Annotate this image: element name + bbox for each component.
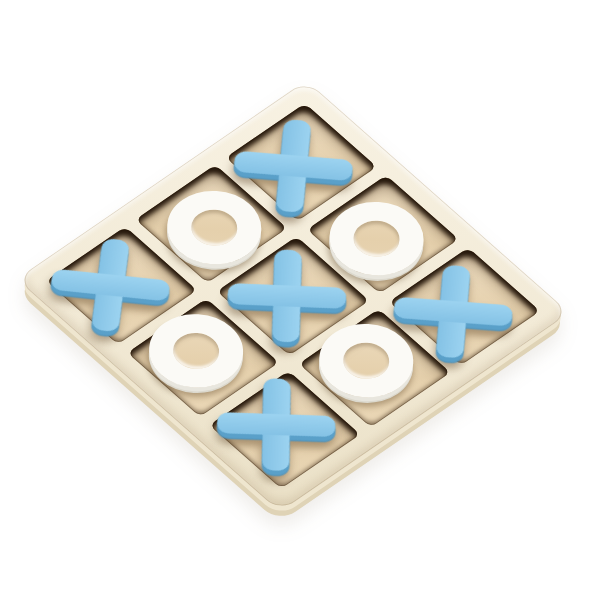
board-frame (16, 80, 569, 512)
x-bar (234, 150, 354, 181)
x-bar (228, 283, 346, 309)
board (0, 0, 589, 594)
x-bar (218, 412, 336, 437)
board-3d-wrap (16, 80, 569, 512)
tic-tac-toe-grid (16, 80, 569, 512)
product-photo-canvas (0, 0, 589, 594)
x-bar (394, 296, 513, 326)
